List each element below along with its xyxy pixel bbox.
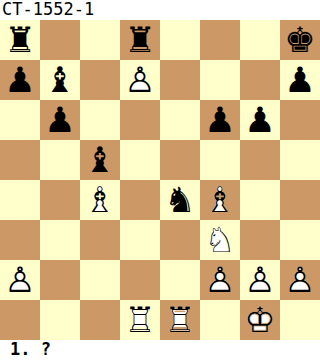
piece-black-rook[interactable]: ♜	[0, 20, 40, 60]
piece-white-pawn[interactable]: ♙	[0, 260, 40, 300]
square-e5[interactable]	[160, 140, 200, 180]
square-f6[interactable]: ♟	[200, 100, 240, 140]
square-e3[interactable]	[160, 220, 200, 260]
piece-white-pawn[interactable]: ♙	[240, 260, 280, 300]
piece-black-pawn[interactable]: ♟	[40, 100, 80, 140]
square-c2[interactable]	[80, 260, 120, 300]
square-e6[interactable]	[160, 100, 200, 140]
square-c4[interactable]: ♝♗	[80, 180, 120, 220]
square-b2[interactable]	[40, 260, 80, 300]
square-f4[interactable]: ♝♗	[200, 180, 240, 220]
square-f7[interactable]	[200, 60, 240, 100]
square-a4[interactable]	[0, 180, 40, 220]
piece-white-bishop[interactable]: ♗	[80, 180, 120, 220]
square-g3[interactable]	[240, 220, 280, 260]
piece-black-pawn[interactable]: ♟	[200, 100, 240, 140]
square-h3[interactable]	[280, 220, 320, 260]
piece-white-rook[interactable]: ♖	[120, 300, 160, 340]
move-prompt: 1. ?	[0, 340, 320, 360]
square-d3[interactable]	[120, 220, 160, 260]
square-a1[interactable]	[0, 300, 40, 340]
square-f2[interactable]: ♟♙	[200, 260, 240, 300]
square-a8[interactable]: ♜	[0, 20, 40, 60]
square-e1[interactable]: ♜♖	[160, 300, 200, 340]
square-d8[interactable]: ♜	[120, 20, 160, 60]
square-b7[interactable]: ♝	[40, 60, 80, 100]
square-a3[interactable]	[0, 220, 40, 260]
square-h1[interactable]	[280, 300, 320, 340]
piece-white-pawn[interactable]: ♙	[120, 60, 160, 100]
piece-black-rook[interactable]: ♜	[120, 20, 160, 60]
square-b5[interactable]	[40, 140, 80, 180]
square-d7[interactable]: ♟♙	[120, 60, 160, 100]
square-d6[interactable]	[120, 100, 160, 140]
square-a7[interactable]: ♟	[0, 60, 40, 100]
square-d4[interactable]	[120, 180, 160, 220]
square-g4[interactable]	[240, 180, 280, 220]
square-f5[interactable]	[200, 140, 240, 180]
square-c7[interactable]	[80, 60, 120, 100]
puzzle-title: CT-1552-1	[0, 0, 320, 20]
piece-white-rook[interactable]: ♖	[160, 300, 200, 340]
square-h4[interactable]	[280, 180, 320, 220]
chess-board: ♜♜♚♟♝♟♙♟♟♟♟♝♝♗♞♝♗♞♘♟♙♟♙♟♙♟♙♜♖♜♖♚♔	[0, 20, 320, 340]
square-f3[interactable]: ♞♘	[200, 220, 240, 260]
square-d1[interactable]: ♜♖	[120, 300, 160, 340]
square-h7[interactable]: ♟	[280, 60, 320, 100]
square-c3[interactable]	[80, 220, 120, 260]
square-h5[interactable]	[280, 140, 320, 180]
piece-black-pawn[interactable]: ♟	[0, 60, 40, 100]
piece-black-king[interactable]: ♚	[280, 20, 320, 60]
square-a2[interactable]: ♟♙	[0, 260, 40, 300]
square-f8[interactable]	[200, 20, 240, 60]
square-g8[interactable]	[240, 20, 280, 60]
square-h2[interactable]: ♟♙	[280, 260, 320, 300]
piece-black-pawn[interactable]: ♟	[280, 60, 320, 100]
square-b3[interactable]	[40, 220, 80, 260]
piece-white-pawn[interactable]: ♙	[280, 260, 320, 300]
square-b4[interactable]	[40, 180, 80, 220]
square-e4[interactable]: ♞	[160, 180, 200, 220]
square-g1[interactable]: ♚♔	[240, 300, 280, 340]
square-b8[interactable]	[40, 20, 80, 60]
square-b1[interactable]	[40, 300, 80, 340]
square-g5[interactable]	[240, 140, 280, 180]
piece-white-bishop[interactable]: ♗	[200, 180, 240, 220]
square-c1[interactable]	[80, 300, 120, 340]
square-d2[interactable]	[120, 260, 160, 300]
square-a6[interactable]	[0, 100, 40, 140]
square-c5[interactable]: ♝	[80, 140, 120, 180]
piece-white-knight[interactable]: ♘	[200, 220, 240, 260]
square-e7[interactable]	[160, 60, 200, 100]
piece-black-bishop[interactable]: ♝	[40, 60, 80, 100]
piece-white-king[interactable]: ♔	[240, 300, 280, 340]
square-f1[interactable]	[200, 300, 240, 340]
square-a5[interactable]	[0, 140, 40, 180]
square-g6[interactable]: ♟	[240, 100, 280, 140]
square-g7[interactable]	[240, 60, 280, 100]
piece-white-pawn[interactable]: ♙	[200, 260, 240, 300]
piece-black-bishop[interactable]: ♝	[80, 140, 120, 180]
piece-black-pawn[interactable]: ♟	[240, 100, 280, 140]
square-c8[interactable]	[80, 20, 120, 60]
square-g2[interactable]: ♟♙	[240, 260, 280, 300]
square-d5[interactable]	[120, 140, 160, 180]
square-b6[interactable]: ♟	[40, 100, 80, 140]
piece-black-knight[interactable]: ♞	[160, 180, 200, 220]
square-c6[interactable]	[80, 100, 120, 140]
square-h8[interactable]: ♚	[280, 20, 320, 60]
square-e2[interactable]	[160, 260, 200, 300]
square-e8[interactable]	[160, 20, 200, 60]
square-h6[interactable]	[280, 100, 320, 140]
